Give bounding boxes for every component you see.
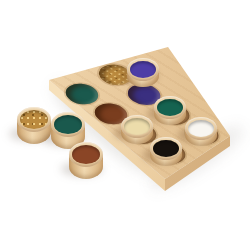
disc-white[interactable] — [185, 117, 217, 147]
disc-green-felt-face — [157, 99, 183, 116]
disc-cork-rim — [17, 107, 51, 132]
disc-cream-rim — [121, 115, 153, 138]
disc-teal-rim — [51, 112, 85, 137]
disc-green-rim — [154, 96, 186, 119]
disc-green[interactable] — [154, 96, 186, 126]
disc-purple[interactable] — [127, 58, 159, 88]
product-photo-scene — [0, 0, 250, 250]
disc-cream[interactable] — [121, 115, 153, 145]
disc-black[interactable] — [150, 137, 182, 167]
disc-white-rim — [185, 117, 217, 140]
disc-cream-felt-face — [124, 118, 150, 135]
disc-brown-felt-face — [72, 145, 100, 164]
disc-purple-rim — [127, 58, 159, 81]
disc-black-rim — [150, 137, 182, 160]
disc-teal-felt-face — [54, 115, 82, 134]
disc-black-felt-face — [153, 140, 179, 157]
disc-brown-rim — [69, 142, 103, 167]
disc-cork-texture-face — [20, 110, 48, 129]
disc-purple-felt-face — [130, 61, 156, 78]
disc-brown[interactable] — [69, 142, 103, 179]
disc-white-felt-face — [188, 120, 214, 137]
